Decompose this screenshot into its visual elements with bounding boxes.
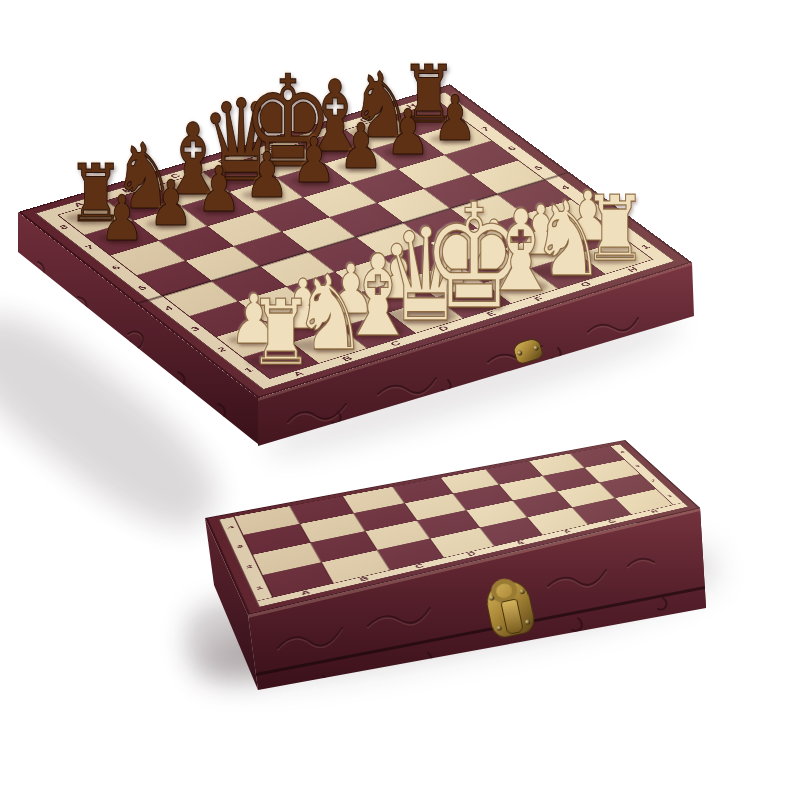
piece-shadow bbox=[66, 213, 114, 223]
piece-shadow bbox=[324, 306, 365, 315]
piece-shadow bbox=[561, 233, 602, 242]
piece-shadow bbox=[242, 191, 280, 199]
piece-shadow bbox=[430, 135, 468, 143]
piece-shadow bbox=[515, 247, 556, 256]
pieces-layer: ♜♞♝♛♚♝♞♜♟♟♟♟♟♟♟♟♟♟♟♟♟♟♟♟♜♞♝♛♚♝♞♜ bbox=[0, 0, 800, 800]
piece-shadow bbox=[291, 339, 353, 353]
piece-shadow bbox=[110, 198, 165, 210]
piece-shadow bbox=[199, 168, 267, 183]
piece-shadow bbox=[372, 291, 413, 300]
piece-shadow bbox=[290, 177, 328, 185]
piece-shadow bbox=[530, 265, 592, 279]
piece-shadow bbox=[348, 127, 403, 139]
piece-shadow bbox=[581, 251, 635, 263]
piece-shadow bbox=[194, 205, 232, 213]
piece-shadow bbox=[422, 292, 509, 311]
piece-shadow bbox=[276, 321, 317, 330]
piece-shadow bbox=[247, 355, 301, 367]
piece-shadow bbox=[337, 163, 375, 171]
piece-shadow bbox=[337, 323, 405, 338]
piece-shadow bbox=[380, 308, 457, 325]
piece-shadow bbox=[399, 114, 447, 124]
piece-shadow bbox=[480, 279, 548, 294]
piece-shadow bbox=[156, 183, 215, 196]
piece-shadow bbox=[97, 234, 135, 242]
piece-shadow bbox=[242, 153, 318, 169]
piece-shadow bbox=[384, 148, 422, 156]
piece-shadow bbox=[146, 220, 184, 228]
piece-shadow bbox=[228, 336, 269, 345]
product-photo-scene: 8877665544332211AABBCCDDEEFFGGHH ♜♞♝♛♚♝♞… bbox=[0, 0, 800, 800]
piece-shadow bbox=[299, 141, 358, 154]
piece-shadow bbox=[468, 261, 509, 270]
piece-shadow bbox=[420, 276, 461, 285]
